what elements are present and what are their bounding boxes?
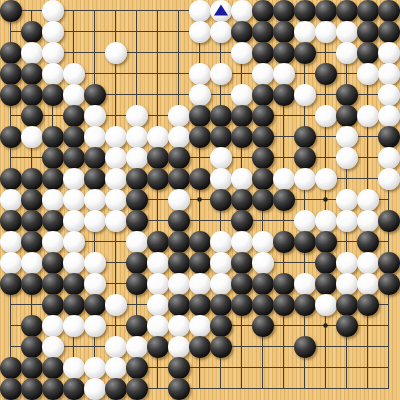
intersection-G14[interactable] (126, 105, 147, 126)
intersection-L10[interactable] (210, 189, 231, 210)
intersection-O7[interactable] (273, 252, 294, 273)
intersection-H7[interactable] (147, 252, 168, 273)
intersection-T9[interactable] (378, 210, 399, 231)
intersection-A3[interactable] (0, 336, 21, 357)
intersection-K4[interactable] (189, 315, 210, 336)
intersection-P5[interactable] (294, 294, 315, 315)
intersection-N4[interactable] (252, 315, 273, 336)
intersection-L12[interactable] (210, 147, 231, 168)
intersection-D1[interactable] (63, 378, 84, 399)
intersection-H6[interactable] (147, 273, 168, 294)
intersection-C19[interactable] (42, 0, 63, 21)
intersection-R13[interactable] (336, 126, 357, 147)
intersection-O4[interactable] (273, 315, 294, 336)
intersection-R5[interactable] (336, 294, 357, 315)
intersection-B3[interactable] (21, 336, 42, 357)
intersection-E16[interactable] (84, 63, 105, 84)
intersection-K17[interactable] (189, 42, 210, 63)
intersection-G19[interactable] (126, 0, 147, 21)
intersection-A19[interactable] (0, 0, 21, 21)
intersection-S5[interactable] (357, 294, 378, 315)
intersection-P6[interactable] (294, 273, 315, 294)
intersection-F12[interactable] (105, 147, 126, 168)
intersection-S16[interactable] (357, 63, 378, 84)
intersection-G15[interactable] (126, 84, 147, 105)
intersection-K19[interactable] (189, 0, 210, 21)
intersection-K8[interactable] (189, 231, 210, 252)
intersection-F5[interactable] (105, 294, 126, 315)
intersection-A14[interactable] (0, 105, 21, 126)
intersection-F17[interactable] (105, 42, 126, 63)
intersection-T16[interactable] (378, 63, 399, 84)
intersection-O19[interactable] (273, 0, 294, 21)
intersection-Q11[interactable] (315, 168, 336, 189)
intersection-N10[interactable] (252, 189, 273, 210)
intersection-P16[interactable] (294, 63, 315, 84)
intersection-H3[interactable] (147, 336, 168, 357)
intersection-A5[interactable] (0, 294, 21, 315)
intersection-N16[interactable] (252, 63, 273, 84)
intersection-B6[interactable] (21, 273, 42, 294)
intersection-S4[interactable] (357, 315, 378, 336)
intersection-M3[interactable] (231, 336, 252, 357)
intersection-P3[interactable] (294, 336, 315, 357)
intersection-O11[interactable] (273, 168, 294, 189)
intersection-P17[interactable] (294, 42, 315, 63)
intersection-F4[interactable] (105, 315, 126, 336)
intersection-T18[interactable] (378, 21, 399, 42)
intersection-M17[interactable] (231, 42, 252, 63)
intersection-B10[interactable] (21, 189, 42, 210)
intersection-O17[interactable] (273, 42, 294, 63)
intersection-K6[interactable] (189, 273, 210, 294)
intersection-E7[interactable] (84, 252, 105, 273)
intersection-J6[interactable] (168, 273, 189, 294)
intersection-O1[interactable] (273, 378, 294, 399)
intersection-R15[interactable] (336, 84, 357, 105)
intersection-Q1[interactable] (315, 378, 336, 399)
intersection-F8[interactable] (105, 231, 126, 252)
intersection-S15[interactable] (357, 84, 378, 105)
intersection-A17[interactable] (0, 42, 21, 63)
intersection-S8[interactable] (357, 231, 378, 252)
intersection-F18[interactable] (105, 21, 126, 42)
intersection-A18[interactable] (0, 21, 21, 42)
intersection-G7[interactable] (126, 252, 147, 273)
intersection-K2[interactable] (189, 357, 210, 378)
intersection-J3[interactable] (168, 336, 189, 357)
intersection-L2[interactable] (210, 357, 231, 378)
intersection-G9[interactable] (126, 210, 147, 231)
intersection-D11[interactable] (63, 168, 84, 189)
intersection-E9[interactable] (84, 210, 105, 231)
intersection-F13[interactable] (105, 126, 126, 147)
intersection-H13[interactable] (147, 126, 168, 147)
intersection-H11[interactable] (147, 168, 168, 189)
intersection-J10[interactable] (168, 189, 189, 210)
intersection-P19[interactable] (294, 0, 315, 21)
intersection-T13[interactable] (378, 126, 399, 147)
intersection-H18[interactable] (147, 21, 168, 42)
intersection-H2[interactable] (147, 357, 168, 378)
intersection-F1[interactable] (105, 378, 126, 399)
intersection-M11[interactable] (231, 168, 252, 189)
intersection-A12[interactable] (0, 147, 21, 168)
intersection-B9[interactable] (21, 210, 42, 231)
intersection-G18[interactable] (126, 21, 147, 42)
intersection-S19[interactable] (357, 0, 378, 21)
intersection-M4[interactable] (231, 315, 252, 336)
intersection-O15[interactable] (273, 84, 294, 105)
intersection-S10[interactable] (357, 189, 378, 210)
intersection-T14[interactable] (378, 105, 399, 126)
intersection-F3[interactable] (105, 336, 126, 357)
intersection-Q9[interactable] (315, 210, 336, 231)
intersection-D9[interactable] (63, 210, 84, 231)
intersection-N7[interactable] (252, 252, 273, 273)
intersection-L9[interactable] (210, 210, 231, 231)
intersection-B17[interactable] (21, 42, 42, 63)
intersection-E2[interactable] (84, 357, 105, 378)
intersection-K11[interactable] (189, 168, 210, 189)
intersection-K9[interactable] (189, 210, 210, 231)
intersection-J19[interactable] (168, 0, 189, 21)
intersection-N3[interactable] (252, 336, 273, 357)
intersection-G17[interactable] (126, 42, 147, 63)
intersection-K15[interactable] (189, 84, 210, 105)
intersection-B4[interactable] (21, 315, 42, 336)
intersection-B7[interactable] (21, 252, 42, 273)
intersection-E14[interactable] (84, 105, 105, 126)
intersection-T5[interactable] (378, 294, 399, 315)
intersection-L15[interactable] (210, 84, 231, 105)
intersection-C13[interactable] (42, 126, 63, 147)
intersection-M7[interactable] (231, 252, 252, 273)
intersection-M15[interactable] (231, 84, 252, 105)
intersection-G6[interactable] (126, 273, 147, 294)
intersection-R17[interactable] (336, 42, 357, 63)
intersection-A1[interactable] (0, 378, 21, 399)
intersection-B14[interactable] (21, 105, 42, 126)
intersection-J12[interactable] (168, 147, 189, 168)
intersection-J18[interactable] (168, 21, 189, 42)
intersection-T19[interactable] (378, 0, 399, 21)
intersection-R9[interactable] (336, 210, 357, 231)
intersection-H16[interactable] (147, 63, 168, 84)
intersection-M13[interactable] (231, 126, 252, 147)
intersection-T4[interactable] (378, 315, 399, 336)
intersection-P4[interactable] (294, 315, 315, 336)
intersection-Q14[interactable] (315, 105, 336, 126)
intersection-K18[interactable] (189, 21, 210, 42)
intersection-R11[interactable] (336, 168, 357, 189)
intersection-L1[interactable] (210, 378, 231, 399)
intersection-D17[interactable] (63, 42, 84, 63)
intersection-P13[interactable] (294, 126, 315, 147)
intersection-P1[interactable] (294, 378, 315, 399)
intersection-R19[interactable] (336, 0, 357, 21)
intersection-S2[interactable] (357, 357, 378, 378)
intersection-L4[interactable] (210, 315, 231, 336)
intersection-S13[interactable] (357, 126, 378, 147)
intersection-H1[interactable] (147, 378, 168, 399)
intersection-H14[interactable] (147, 105, 168, 126)
intersection-A7[interactable] (0, 252, 21, 273)
intersection-Q5[interactable] (315, 294, 336, 315)
intersection-C8[interactable] (42, 231, 63, 252)
intersection-T6[interactable] (378, 273, 399, 294)
intersection-S12[interactable] (357, 147, 378, 168)
intersection-Q16[interactable] (315, 63, 336, 84)
intersection-E19[interactable] (84, 0, 105, 21)
intersection-A13[interactable] (0, 126, 21, 147)
intersection-D2[interactable] (63, 357, 84, 378)
intersection-S7[interactable] (357, 252, 378, 273)
intersection-M14[interactable] (231, 105, 252, 126)
intersection-B18[interactable] (21, 21, 42, 42)
intersection-C2[interactable] (42, 357, 63, 378)
intersection-L5[interactable] (210, 294, 231, 315)
intersection-C14[interactable] (42, 105, 63, 126)
intersection-N12[interactable] (252, 147, 273, 168)
intersection-P10[interactable] (294, 189, 315, 210)
intersection-F10[interactable] (105, 189, 126, 210)
intersection-H19[interactable] (147, 0, 168, 21)
intersection-G16[interactable] (126, 63, 147, 84)
intersection-J9[interactable] (168, 210, 189, 231)
intersection-N14[interactable] (252, 105, 273, 126)
intersection-C4[interactable] (42, 315, 63, 336)
intersection-D10[interactable] (63, 189, 84, 210)
intersection-M16[interactable] (231, 63, 252, 84)
intersection-B16[interactable] (21, 63, 42, 84)
intersection-L11[interactable] (210, 168, 231, 189)
intersection-G1[interactable] (126, 378, 147, 399)
intersection-N19[interactable] (252, 0, 273, 21)
intersection-T1[interactable] (378, 378, 399, 399)
intersection-C18[interactable] (42, 21, 63, 42)
intersection-T8[interactable] (378, 231, 399, 252)
intersection-S6[interactable] (357, 273, 378, 294)
intersection-T7[interactable] (378, 252, 399, 273)
intersection-R16[interactable] (336, 63, 357, 84)
intersection-B5[interactable] (21, 294, 42, 315)
intersection-T3[interactable] (378, 336, 399, 357)
intersection-Q19[interactable] (315, 0, 336, 21)
intersection-J16[interactable] (168, 63, 189, 84)
intersection-D3[interactable] (63, 336, 84, 357)
intersection-J2[interactable] (168, 357, 189, 378)
intersection-L6[interactable] (210, 273, 231, 294)
intersection-K7[interactable] (189, 252, 210, 273)
intersection-B11[interactable] (21, 168, 42, 189)
intersection-O12[interactable] (273, 147, 294, 168)
intersection-S9[interactable] (357, 210, 378, 231)
intersection-M10[interactable] (231, 189, 252, 210)
intersection-E10[interactable] (84, 189, 105, 210)
intersection-D7[interactable] (63, 252, 84, 273)
intersection-C12[interactable] (42, 147, 63, 168)
intersection-R10[interactable] (336, 189, 357, 210)
intersection-N5[interactable] (252, 294, 273, 315)
intersection-E11[interactable] (84, 168, 105, 189)
intersection-L3[interactable] (210, 336, 231, 357)
intersection-D14[interactable] (63, 105, 84, 126)
intersection-A10[interactable] (0, 189, 21, 210)
intersection-L8[interactable] (210, 231, 231, 252)
intersection-H8[interactable] (147, 231, 168, 252)
intersection-M1[interactable] (231, 378, 252, 399)
intersection-C15[interactable] (42, 84, 63, 105)
intersection-S3[interactable] (357, 336, 378, 357)
intersection-R6[interactable] (336, 273, 357, 294)
intersection-K12[interactable] (189, 147, 210, 168)
intersection-R12[interactable] (336, 147, 357, 168)
intersection-C7[interactable] (42, 252, 63, 273)
intersection-Q2[interactable] (315, 357, 336, 378)
intersection-O5[interactable] (273, 294, 294, 315)
intersection-E15[interactable] (84, 84, 105, 105)
intersection-K5[interactable] (189, 294, 210, 315)
intersection-J15[interactable] (168, 84, 189, 105)
intersection-J5[interactable] (168, 294, 189, 315)
intersection-O8[interactable] (273, 231, 294, 252)
intersection-C16[interactable] (42, 63, 63, 84)
intersection-T11[interactable] (378, 168, 399, 189)
intersection-D19[interactable] (63, 0, 84, 21)
intersection-T10[interactable] (378, 189, 399, 210)
intersection-G12[interactable] (126, 147, 147, 168)
intersection-D16[interactable] (63, 63, 84, 84)
intersection-Q3[interactable] (315, 336, 336, 357)
intersection-F14[interactable] (105, 105, 126, 126)
intersection-M18[interactable] (231, 21, 252, 42)
intersection-O18[interactable] (273, 21, 294, 42)
intersection-K1[interactable] (189, 378, 210, 399)
intersection-M6[interactable] (231, 273, 252, 294)
intersection-D13[interactable] (63, 126, 84, 147)
intersection-H4[interactable] (147, 315, 168, 336)
intersection-O9[interactable] (273, 210, 294, 231)
intersection-F9[interactable] (105, 210, 126, 231)
intersection-S14[interactable] (357, 105, 378, 126)
intersection-F11[interactable] (105, 168, 126, 189)
intersection-A11[interactable] (0, 168, 21, 189)
intersection-G5[interactable] (126, 294, 147, 315)
intersection-O6[interactable] (273, 273, 294, 294)
intersection-J13[interactable] (168, 126, 189, 147)
intersection-B1[interactable] (21, 378, 42, 399)
intersection-R18[interactable] (336, 21, 357, 42)
intersection-T15[interactable] (378, 84, 399, 105)
intersection-B8[interactable] (21, 231, 42, 252)
intersection-G8[interactable] (126, 231, 147, 252)
intersection-N6[interactable] (252, 273, 273, 294)
intersection-N13[interactable] (252, 126, 273, 147)
intersection-A9[interactable] (0, 210, 21, 231)
intersection-B2[interactable] (21, 357, 42, 378)
intersection-F6[interactable] (105, 273, 126, 294)
intersection-N18[interactable] (252, 21, 273, 42)
intersection-T17[interactable] (378, 42, 399, 63)
intersection-R14[interactable] (336, 105, 357, 126)
intersection-D18[interactable] (63, 21, 84, 42)
intersection-H17[interactable] (147, 42, 168, 63)
intersection-J7[interactable] (168, 252, 189, 273)
intersection-J17[interactable] (168, 42, 189, 63)
intersection-R7[interactable] (336, 252, 357, 273)
intersection-C6[interactable] (42, 273, 63, 294)
intersection-B13[interactable] (21, 126, 42, 147)
intersection-F19[interactable] (105, 0, 126, 21)
intersection-D12[interactable] (63, 147, 84, 168)
intersection-D8[interactable] (63, 231, 84, 252)
intersection-A2[interactable] (0, 357, 21, 378)
intersection-N15[interactable] (252, 84, 273, 105)
intersection-Q17[interactable] (315, 42, 336, 63)
intersection-J11[interactable] (168, 168, 189, 189)
intersection-P11[interactable] (294, 168, 315, 189)
intersection-F16[interactable] (105, 63, 126, 84)
intersection-M12[interactable] (231, 147, 252, 168)
intersection-M8[interactable] (231, 231, 252, 252)
intersection-A6[interactable] (0, 273, 21, 294)
intersection-P2[interactable] (294, 357, 315, 378)
intersection-Q8[interactable] (315, 231, 336, 252)
intersection-R8[interactable] (336, 231, 357, 252)
intersection-A4[interactable] (0, 315, 21, 336)
intersection-D5[interactable] (63, 294, 84, 315)
intersection-C11[interactable] (42, 168, 63, 189)
intersection-C3[interactable] (42, 336, 63, 357)
intersection-O10[interactable] (273, 189, 294, 210)
intersection-L13[interactable] (210, 126, 231, 147)
intersection-S11[interactable] (357, 168, 378, 189)
intersection-M2[interactable] (231, 357, 252, 378)
intersection-K16[interactable] (189, 63, 210, 84)
intersection-E17[interactable] (84, 42, 105, 63)
intersection-O2[interactable] (273, 357, 294, 378)
intersection-J1[interactable] (168, 378, 189, 399)
intersection-E18[interactable] (84, 21, 105, 42)
intersection-S17[interactable] (357, 42, 378, 63)
intersection-N1[interactable] (252, 378, 273, 399)
intersection-P12[interactable] (294, 147, 315, 168)
intersection-H10[interactable] (147, 189, 168, 210)
intersection-G13[interactable] (126, 126, 147, 147)
intersection-C17[interactable] (42, 42, 63, 63)
intersection-F2[interactable] (105, 357, 126, 378)
intersection-H12[interactable] (147, 147, 168, 168)
intersection-G10[interactable] (126, 189, 147, 210)
intersection-Q6[interactable] (315, 273, 336, 294)
intersection-D6[interactable] (63, 273, 84, 294)
intersection-P18[interactable] (294, 21, 315, 42)
intersection-G3[interactable] (126, 336, 147, 357)
intersection-N2[interactable] (252, 357, 273, 378)
intersection-B19[interactable] (21, 0, 42, 21)
intersection-R3[interactable] (336, 336, 357, 357)
intersection-O3[interactable] (273, 336, 294, 357)
intersection-E8[interactable] (84, 231, 105, 252)
intersection-E4[interactable] (84, 315, 105, 336)
intersection-C9[interactable] (42, 210, 63, 231)
intersection-N8[interactable] (252, 231, 273, 252)
intersection-B12[interactable] (21, 147, 42, 168)
intersection-J14[interactable] (168, 105, 189, 126)
intersection-O13[interactable] (273, 126, 294, 147)
intersection-N9[interactable] (252, 210, 273, 231)
